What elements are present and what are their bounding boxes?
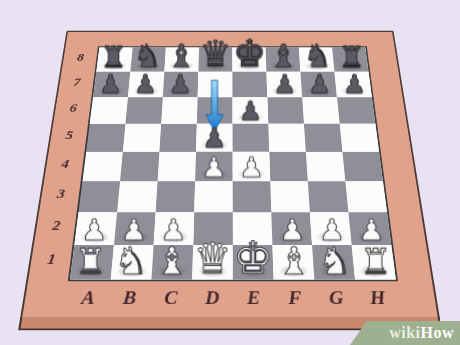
square-b3[interactable]	[117, 181, 157, 212]
square-a3[interactable]	[79, 181, 120, 212]
piece-shadow	[79, 231, 110, 243]
square-f8[interactable]: ♝	[266, 48, 301, 72]
piece-shadow	[101, 61, 128, 70]
square-d3[interactable]	[194, 181, 233, 212]
square-a2[interactable]: ♟	[74, 212, 117, 245]
square-c7[interactable]: ♟	[163, 72, 199, 97]
square-f2[interactable]: ♟	[271, 212, 312, 245]
white-bishop-f1: ♝	[277, 242, 311, 280]
square-h2[interactable]: ♟	[348, 212, 391, 245]
piece-shadow	[237, 169, 266, 180]
chess-board: ♜♞♝♛♚♝♞♜♟♟♟♟♟♟♟♟♟♟♟♟♟♟♟♟♜♞♝♛♚♝♞♜	[68, 46, 398, 281]
piece-shadow	[306, 86, 333, 96]
square-g5[interactable]	[304, 124, 342, 152]
square-c1[interactable]: ♝	[151, 245, 193, 280]
square-a1[interactable]: ♜	[70, 245, 114, 280]
square-d1[interactable]: ♛	[192, 245, 233, 280]
move-arrow-d7-d5	[203, 79, 225, 134]
square-e4[interactable]: ♟	[233, 152, 271, 181]
rank-label-7: 7	[60, 76, 93, 89]
piece-shadow	[200, 140, 228, 151]
white-bishop-c1: ♝	[155, 242, 189, 280]
piece-shadow	[238, 265, 269, 278]
square-d4[interactable]: ♟	[195, 152, 233, 181]
square-a4[interactable]	[82, 152, 122, 181]
piece-shadow	[169, 61, 195, 70]
square-a8[interactable]: ♜	[96, 48, 132, 72]
piece-shadow	[337, 61, 364, 70]
piece-shadow	[340, 86, 368, 96]
piece-shadow	[156, 265, 187, 278]
file-label-d: D	[205, 288, 220, 309]
square-c2[interactable]: ♟	[154, 212, 195, 245]
square-e1[interactable]: ♚	[233, 245, 274, 280]
white-rook-h1: ♜	[360, 245, 391, 280]
piece-shadow	[167, 86, 194, 96]
piece-shadow	[119, 231, 150, 243]
piece-shadow	[197, 265, 228, 278]
square-g3[interactable]	[308, 181, 349, 212]
square-b8[interactable]: ♞	[130, 48, 166, 72]
piece-shadow	[135, 61, 161, 70]
wikihow-watermark: wikiHow	[350, 321, 460, 345]
square-f3[interactable]	[270, 181, 310, 212]
square-e2[interactable]	[233, 212, 273, 245]
board-frame: ♜♞♝♛♚♝♞♜♟♟♟♟♟♟♟♟♟♟♟♟♟♟♟♟♜♞♝♛♚♝♞♜ 8765432…	[20, 31, 440, 319]
file-label-g: G	[328, 288, 344, 309]
file-label-a: A	[81, 288, 96, 309]
file-label-e: E	[247, 288, 261, 309]
rank-label-2: 2	[37, 218, 75, 234]
square-e3[interactable]	[233, 181, 272, 212]
piece-shadow	[277, 231, 308, 243]
rank-label-5: 5	[52, 129, 87, 143]
piece-shadow	[316, 231, 347, 243]
piece-shadow	[97, 86, 124, 96]
square-b5[interactable]	[123, 124, 161, 152]
square-c5[interactable]	[159, 124, 196, 152]
square-c6[interactable]	[161, 97, 197, 124]
piece-shadow	[358, 265, 390, 278]
piece-shadow	[132, 86, 159, 96]
square-g7[interactable]: ♟	[300, 72, 337, 97]
square-c3[interactable]	[156, 181, 195, 212]
piece-shadow	[236, 61, 262, 70]
rank-label-3: 3	[43, 187, 80, 202]
square-e8[interactable]: ♚	[232, 48, 266, 72]
square-h3[interactable]	[345, 181, 387, 212]
rank-label-1: 1	[32, 251, 71, 268]
square-e7[interactable]	[232, 72, 267, 97]
board-3d: ♜♞♝♛♚♝♞♜♟♟♟♟♟♟♟♟♟♟♟♟♟♟♟♟♜♞♝♛♚♝♞♜ 8765432…	[20, 31, 440, 319]
piece-shadow	[200, 169, 229, 180]
square-g8[interactable]: ♞	[299, 48, 335, 72]
square-f7[interactable]: ♟	[266, 72, 302, 97]
square-b4[interactable]	[120, 152, 159, 181]
piece-shadow	[304, 61, 331, 70]
square-h1[interactable]: ♜	[352, 245, 396, 280]
square-f6[interactable]	[267, 97, 304, 124]
piece-shadow	[237, 112, 264, 122]
piece-shadow	[355, 231, 386, 243]
file-label-f: F	[288, 288, 302, 309]
piece-shadow	[116, 265, 148, 278]
square-b2[interactable]: ♟	[114, 212, 156, 245]
square-h6[interactable]	[337, 97, 375, 124]
white-knight-g1: ♞	[318, 242, 352, 280]
square-b7[interactable]: ♟	[128, 72, 164, 97]
wikihow-how-text: How	[421, 324, 455, 342]
piece-shadow	[278, 265, 309, 278]
file-label-b: B	[122, 288, 137, 309]
rank-label-4: 4	[47, 157, 83, 172]
square-h4[interactable]	[342, 152, 382, 181]
piece-shadow	[75, 265, 107, 278]
square-e6[interactable]: ♟	[232, 97, 268, 124]
piece-shadow	[318, 265, 350, 278]
square-a5[interactable]	[86, 124, 125, 152]
square-g2[interactable]: ♟	[310, 212, 352, 245]
square-e5[interactable]	[233, 124, 270, 152]
square-d5[interactable]: ♟	[196, 124, 233, 152]
square-f5[interactable]	[268, 124, 306, 152]
square-h7[interactable]: ♟	[334, 72, 371, 97]
square-f4[interactable]	[269, 152, 308, 181]
square-g4[interactable]	[306, 152, 346, 181]
square-d2[interactable]	[193, 212, 233, 245]
square-h8[interactable]: ♜	[332, 48, 368, 72]
square-f1[interactable]: ♝	[272, 245, 314, 280]
square-c4[interactable]	[158, 152, 196, 181]
piece-shadow	[158, 231, 189, 243]
file-label-h: H	[369, 288, 387, 309]
rank-label-6: 6	[56, 102, 90, 115]
wikihow-wiki-text: wiki	[389, 324, 420, 342]
square-a6[interactable]	[90, 97, 128, 124]
square-h5[interactable]	[340, 124, 379, 152]
square-d8[interactable]: ♛	[198, 48, 232, 72]
white-rook-a1: ♜	[75, 245, 106, 280]
file-label-c: C	[164, 288, 178, 309]
piece-shadow	[271, 86, 298, 96]
square-b6[interactable]	[125, 97, 162, 124]
square-g6[interactable]	[302, 97, 339, 124]
square-c8[interactable]: ♝	[164, 48, 199, 72]
white-knight-b1: ♞	[114, 242, 148, 280]
square-g1[interactable]: ♞	[312, 245, 355, 280]
square-a7[interactable]: ♟	[93, 72, 130, 97]
chess-scene: ♜♞♝♛♚♝♞♜♟♟♟♟♟♟♟♟♟♟♟♟♟♟♟♟♜♞♝♛♚♝♞♜ 8765432…	[0, 0, 460, 345]
piece-shadow	[270, 61, 296, 70]
piece-shadow	[202, 61, 228, 70]
square-b1[interactable]: ♞	[111, 245, 154, 280]
page: ♜♞♝♛♚♝♞♜♟♟♟♟♟♟♟♟♟♟♟♟♟♟♟♟♜♞♝♛♚♝♞♜ 8765432…	[0, 0, 460, 345]
rank-label-8: 8	[64, 52, 96, 64]
